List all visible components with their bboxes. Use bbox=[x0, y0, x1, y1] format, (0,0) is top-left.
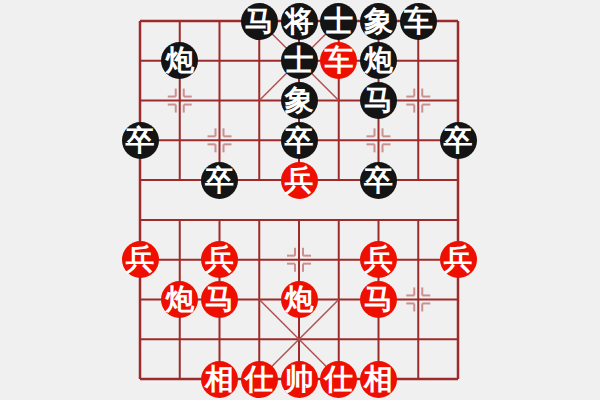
xiangqi-board-area: 马将士象车炮士车炮象马卒卒卒卒兵卒兵兵兵兵炮马炮马相仕帅仕相 bbox=[0, 0, 600, 400]
piece-red-advisor[interactable]: 仕 bbox=[241, 361, 278, 398]
piece-black-soldier[interactable]: 卒 bbox=[201, 162, 238, 199]
piece-black-cannon[interactable]: 炮 bbox=[360, 42, 397, 79]
piece-red-soldier[interactable]: 兵 bbox=[440, 241, 477, 278]
piece-black-soldier[interactable]: 卒 bbox=[122, 122, 159, 159]
piece-red-soldier[interactable]: 兵 bbox=[201, 241, 238, 278]
piece-red-cannon[interactable]: 炮 bbox=[281, 281, 318, 318]
piece-red-soldier[interactable]: 兵 bbox=[281, 162, 318, 199]
piece-black-cannon[interactable]: 炮 bbox=[161, 42, 198, 79]
piece-red-soldier[interactable]: 兵 bbox=[122, 241, 159, 278]
piece-black-elephant[interactable]: 象 bbox=[281, 82, 318, 119]
piece-red-soldier[interactable]: 兵 bbox=[360, 241, 397, 278]
piece-red-elephant[interactable]: 相 bbox=[201, 361, 238, 398]
piece-black-elephant[interactable]: 象 bbox=[360, 3, 397, 40]
piece-red-elephant[interactable]: 相 bbox=[360, 361, 397, 398]
piece-red-horse[interactable]: 马 bbox=[360, 281, 397, 318]
piece-black-general[interactable]: 将 bbox=[281, 3, 318, 40]
piece-black-advisor[interactable]: 士 bbox=[281, 42, 318, 79]
piece-black-horse[interactable]: 马 bbox=[241, 3, 278, 40]
piece-black-advisor[interactable]: 士 bbox=[320, 3, 357, 40]
piece-red-cannon[interactable]: 炮 bbox=[161, 281, 198, 318]
piece-black-horse[interactable]: 马 bbox=[360, 82, 397, 119]
piece-black-chariot[interactable]: 车 bbox=[400, 3, 437, 40]
piece-black-soldier[interactable]: 卒 bbox=[440, 122, 477, 159]
pieces-layer: 马将士象车炮士车炮象马卒卒卒卒兵卒兵兵兵兵炮马炮马相仕帅仕相 bbox=[0, 0, 600, 400]
piece-black-soldier[interactable]: 卒 bbox=[360, 162, 397, 199]
piece-black-soldier[interactable]: 卒 bbox=[281, 122, 318, 159]
piece-red-general[interactable]: 帅 bbox=[281, 361, 318, 398]
piece-red-advisor[interactable]: 仕 bbox=[320, 361, 357, 398]
piece-red-chariot[interactable]: 车 bbox=[320, 42, 357, 79]
piece-red-horse[interactable]: 马 bbox=[201, 281, 238, 318]
